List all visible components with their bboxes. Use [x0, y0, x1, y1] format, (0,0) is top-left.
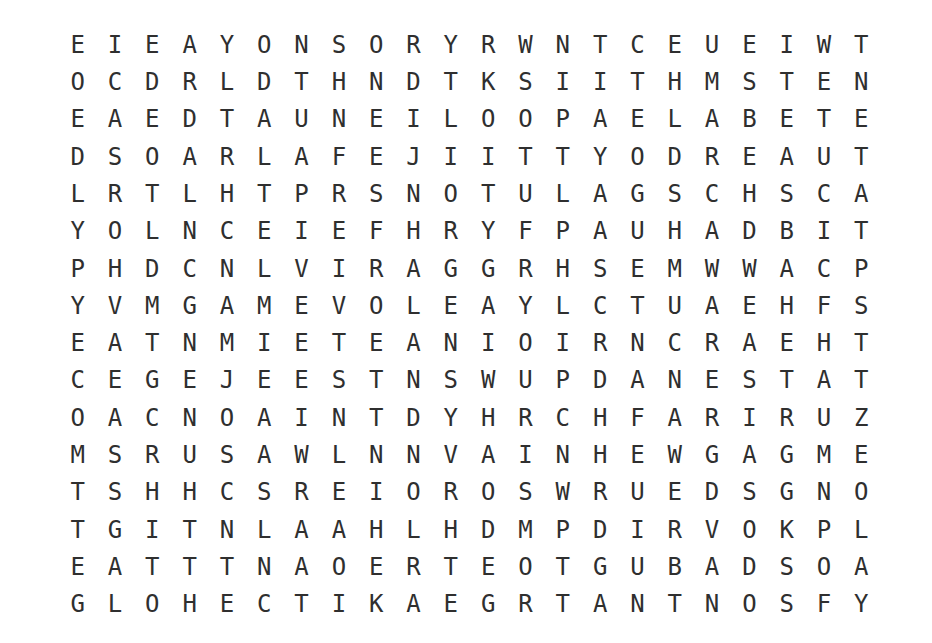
grid-cell[interactable]: F — [805, 586, 842, 623]
grid-cell[interactable]: A — [171, 26, 208, 63]
grid-cell[interactable]: J — [208, 362, 245, 399]
grid-cell[interactable]: A — [731, 325, 768, 362]
grid-cell[interactable]: R — [134, 436, 171, 473]
grid-cell[interactable]: L — [171, 175, 208, 212]
grid-cell[interactable]: R — [581, 325, 618, 362]
grid-cell[interactable]: N — [619, 325, 656, 362]
grid-cell[interactable]: O — [619, 138, 656, 175]
grid-cell[interactable]: M — [693, 63, 730, 100]
grid-cell[interactable]: R — [395, 26, 432, 63]
grid-cell[interactable]: L — [96, 586, 133, 623]
grid-cell[interactable]: T — [843, 362, 880, 399]
grid-cell[interactable]: O — [731, 586, 768, 623]
grid-cell[interactable]: R — [320, 175, 357, 212]
grid-cell[interactable]: R — [283, 474, 320, 511]
grid-cell[interactable]: L — [395, 287, 432, 324]
grid-cell[interactable]: D — [731, 548, 768, 585]
grid-cell[interactable]: N — [693, 586, 730, 623]
grid-cell[interactable]: R — [395, 548, 432, 585]
grid-cell[interactable]: T — [843, 213, 880, 250]
grid-cell[interactable]: I — [320, 586, 357, 623]
grid-cell[interactable]: G — [171, 287, 208, 324]
grid-cell[interactable]: E — [358, 548, 395, 585]
grid-cell[interactable]: C — [171, 250, 208, 287]
grid-cell[interactable]: G — [96, 511, 133, 548]
grid-cell[interactable]: W — [693, 250, 730, 287]
grid-cell[interactable]: O — [805, 548, 842, 585]
grid-cell[interactable]: T — [469, 175, 506, 212]
grid-cell[interactable]: T — [320, 325, 357, 362]
grid-cell[interactable]: I — [581, 63, 618, 100]
grid-cell[interactable]: N — [208, 250, 245, 287]
grid-cell[interactable]: L — [395, 511, 432, 548]
grid-cell[interactable]: A — [693, 213, 730, 250]
grid-cell[interactable]: N — [283, 26, 320, 63]
grid-cell[interactable]: O — [469, 474, 506, 511]
grid-cell[interactable]: O — [731, 511, 768, 548]
grid-cell[interactable]: N — [395, 436, 432, 473]
grid-cell[interactable]: T — [134, 548, 171, 585]
grid-cell[interactable]: A — [96, 399, 133, 436]
grid-cell[interactable]: D — [469, 511, 506, 548]
grid-cell[interactable]: O — [134, 138, 171, 175]
grid-cell[interactable]: L — [134, 213, 171, 250]
grid-cell[interactable]: P — [59, 250, 96, 287]
grid-cell[interactable]: H — [432, 511, 469, 548]
grid-cell[interactable]: E — [96, 362, 133, 399]
grid-cell[interactable]: O — [358, 287, 395, 324]
grid-cell[interactable]: O — [358, 26, 395, 63]
grid-cell[interactable]: U — [619, 213, 656, 250]
grid-cell[interactable]: V — [283, 250, 320, 287]
grid-cell[interactable]: T — [544, 548, 581, 585]
grid-cell[interactable]: E — [171, 362, 208, 399]
grid-cell[interactable]: V — [432, 436, 469, 473]
grid-cell[interactable]: Y — [469, 213, 506, 250]
grid-cell[interactable]: K — [469, 63, 506, 100]
grid-cell[interactable]: E — [283, 362, 320, 399]
grid-cell[interactable]: Y — [208, 26, 245, 63]
grid-cell[interactable]: G — [134, 362, 171, 399]
grid-cell[interactable]: C — [693, 175, 730, 212]
grid-cell[interactable]: S — [581, 250, 618, 287]
grid-cell[interactable]: E — [768, 101, 805, 138]
grid-cell[interactable]: Y — [581, 138, 618, 175]
grid-cell[interactable]: E — [805, 63, 842, 100]
grid-cell[interactable]: R — [96, 175, 133, 212]
grid-cell[interactable]: I — [731, 399, 768, 436]
grid-cell[interactable]: O — [507, 325, 544, 362]
grid-cell[interactable]: T — [843, 325, 880, 362]
grid-cell[interactable]: A — [843, 548, 880, 585]
grid-cell[interactable]: D — [656, 138, 693, 175]
grid-cell[interactable]: A — [246, 399, 283, 436]
grid-cell[interactable]: T — [768, 362, 805, 399]
grid-cell[interactable]: N — [320, 101, 357, 138]
grid-cell[interactable]: O — [59, 399, 96, 436]
grid-cell[interactable]: C — [656, 325, 693, 362]
grid-cell[interactable]: A — [581, 175, 618, 212]
grid-cell[interactable]: E — [320, 213, 357, 250]
grid-cell[interactable]: L — [843, 511, 880, 548]
grid-cell[interactable]: E — [134, 101, 171, 138]
grid-cell[interactable]: E — [246, 362, 283, 399]
grid-cell[interactable]: O — [843, 474, 880, 511]
grid-cell[interactable]: H — [805, 325, 842, 362]
grid-cell[interactable]: A — [469, 287, 506, 324]
grid-cell[interactable]: U — [619, 548, 656, 585]
grid-cell[interactable]: U — [805, 399, 842, 436]
grid-cell[interactable]: H — [581, 399, 618, 436]
grid-cell[interactable]: M — [134, 287, 171, 324]
grid-cell[interactable]: F — [320, 138, 357, 175]
grid-cell[interactable]: A — [96, 325, 133, 362]
grid-cell[interactable]: A — [283, 138, 320, 175]
grid-cell[interactable]: T — [843, 138, 880, 175]
grid-cell[interactable]: G — [59, 586, 96, 623]
grid-cell[interactable]: E — [619, 101, 656, 138]
grid-cell[interactable]: A — [208, 287, 245, 324]
grid-cell[interactable]: W — [656, 436, 693, 473]
grid-cell[interactable]: A — [581, 213, 618, 250]
grid-cell[interactable]: L — [656, 101, 693, 138]
grid-cell[interactable]: T — [544, 586, 581, 623]
grid-cell[interactable]: A — [171, 138, 208, 175]
grid-cell[interactable]: H — [731, 175, 768, 212]
grid-cell[interactable]: A — [693, 548, 730, 585]
grid-cell[interactable]: E — [432, 586, 469, 623]
grid-cell[interactable]: W — [731, 250, 768, 287]
grid-cell[interactable]: S — [320, 26, 357, 63]
grid-cell[interactable]: A — [768, 250, 805, 287]
grid-cell[interactable]: H — [544, 250, 581, 287]
grid-cell[interactable]: S — [96, 436, 133, 473]
grid-cell[interactable]: N — [432, 325, 469, 362]
grid-cell[interactable]: T — [581, 26, 618, 63]
grid-cell[interactable]: I — [469, 325, 506, 362]
grid-cell[interactable]: O — [320, 548, 357, 585]
grid-cell[interactable]: R — [208, 138, 245, 175]
grid-cell[interactable]: G — [581, 548, 618, 585]
grid-cell[interactable]: R — [469, 26, 506, 63]
grid-cell[interactable]: H — [171, 474, 208, 511]
grid-cell[interactable]: H — [134, 474, 171, 511]
grid-cell[interactable]: I — [283, 399, 320, 436]
grid-cell[interactable]: S — [507, 474, 544, 511]
grid-cell[interactable]: K — [768, 511, 805, 548]
grid-cell[interactable]: N — [171, 325, 208, 362]
grid-cell[interactable]: L — [246, 138, 283, 175]
grid-cell[interactable]: A — [469, 436, 506, 473]
grid-cell[interactable]: N — [171, 213, 208, 250]
grid-cell[interactable]: U — [656, 287, 693, 324]
grid-cell[interactable]: E — [731, 287, 768, 324]
grid-cell[interactable]: E — [59, 325, 96, 362]
grid-cell[interactable]: A — [843, 175, 880, 212]
grid-cell[interactable]: S — [320, 362, 357, 399]
grid-cell[interactable]: A — [581, 586, 618, 623]
grid-cell[interactable]: N — [656, 362, 693, 399]
grid-cell[interactable]: P — [805, 511, 842, 548]
grid-cell[interactable]: O — [96, 213, 133, 250]
grid-cell[interactable]: S — [96, 138, 133, 175]
grid-cell[interactable]: D — [134, 250, 171, 287]
grid-cell[interactable]: E — [731, 138, 768, 175]
grid-cell[interactable]: O — [507, 101, 544, 138]
grid-cell[interactable]: Y — [432, 26, 469, 63]
grid-cell[interactable]: E — [134, 26, 171, 63]
grid-cell[interactable]: O — [469, 101, 506, 138]
grid-cell[interactable]: S — [507, 63, 544, 100]
grid-cell[interactable]: T — [59, 474, 96, 511]
grid-cell[interactable]: N — [358, 436, 395, 473]
grid-cell[interactable]: W — [507, 26, 544, 63]
grid-cell[interactable]: E — [208, 586, 245, 623]
grid-cell[interactable]: V — [96, 287, 133, 324]
grid-cell[interactable]: Z — [843, 399, 880, 436]
grid-cell[interactable]: T — [619, 287, 656, 324]
grid-cell[interactable]: F — [805, 287, 842, 324]
grid-cell[interactable]: N — [171, 399, 208, 436]
grid-cell[interactable]: M — [208, 325, 245, 362]
grid-cell[interactable]: U — [619, 474, 656, 511]
grid-cell[interactable]: M — [656, 250, 693, 287]
grid-cell[interactable]: E — [59, 26, 96, 63]
grid-cell[interactable]: C — [59, 362, 96, 399]
grid-cell[interactable]: Y — [843, 586, 880, 623]
grid-cell[interactable]: N — [320, 399, 357, 436]
grid-cell[interactable]: L — [320, 436, 357, 473]
grid-cell[interactable]: D — [59, 138, 96, 175]
grid-cell[interactable]: I — [544, 325, 581, 362]
grid-cell[interactable]: T — [619, 63, 656, 100]
grid-cell[interactable]: R — [507, 250, 544, 287]
grid-cell[interactable]: R — [693, 399, 730, 436]
grid-cell[interactable]: A — [693, 101, 730, 138]
grid-cell[interactable]: Y — [432, 399, 469, 436]
grid-cell[interactable]: T — [283, 586, 320, 623]
grid-cell[interactable]: I — [395, 101, 432, 138]
grid-cell[interactable]: G — [768, 436, 805, 473]
grid-cell[interactable]: U — [283, 101, 320, 138]
grid-cell[interactable]: C — [619, 26, 656, 63]
grid-cell[interactable]: A — [246, 436, 283, 473]
grid-cell[interactable]: C — [96, 63, 133, 100]
grid-cell[interactable]: L — [59, 175, 96, 212]
grid-cell[interactable]: A — [805, 362, 842, 399]
grid-cell[interactable]: L — [544, 175, 581, 212]
grid-cell[interactable]: C — [581, 287, 618, 324]
grid-cell[interactable]: O — [507, 548, 544, 585]
grid-cell[interactable]: T — [134, 325, 171, 362]
grid-cell[interactable]: N — [619, 586, 656, 623]
grid-cell[interactable]: B — [731, 101, 768, 138]
grid-cell[interactable]: U — [507, 362, 544, 399]
grid-cell[interactable]: N — [246, 548, 283, 585]
grid-cell[interactable]: I — [283, 213, 320, 250]
grid-cell[interactable]: E — [768, 325, 805, 362]
grid-cell[interactable]: S — [731, 474, 768, 511]
grid-cell[interactable]: H — [96, 250, 133, 287]
grid-cell[interactable]: I — [134, 511, 171, 548]
grid-cell[interactable]: D — [171, 101, 208, 138]
grid-cell[interactable]: T — [656, 586, 693, 623]
grid-cell[interactable]: N — [395, 175, 432, 212]
grid-cell[interactable]: I — [96, 26, 133, 63]
grid-cell[interactable]: U — [693, 26, 730, 63]
grid-cell[interactable]: T — [208, 101, 245, 138]
grid-cell[interactable]: S — [843, 287, 880, 324]
grid-cell[interactable]: A — [619, 362, 656, 399]
grid-cell[interactable]: G — [768, 474, 805, 511]
grid-cell[interactable]: T — [171, 511, 208, 548]
grid-cell[interactable]: R — [693, 325, 730, 362]
grid-cell[interactable]: R — [656, 511, 693, 548]
grid-cell[interactable]: N — [208, 511, 245, 548]
grid-cell[interactable]: G — [469, 250, 506, 287]
grid-cell[interactable]: D — [134, 63, 171, 100]
grid-cell[interactable]: E — [358, 325, 395, 362]
grid-cell[interactable]: N — [805, 474, 842, 511]
grid-cell[interactable]: R — [581, 474, 618, 511]
grid-cell[interactable]: H — [656, 63, 693, 100]
grid-cell[interactable]: D — [395, 399, 432, 436]
grid-cell[interactable]: A — [96, 548, 133, 585]
grid-cell[interactable]: S — [246, 474, 283, 511]
grid-cell[interactable]: S — [432, 362, 469, 399]
grid-cell[interactable]: P — [544, 101, 581, 138]
grid-cell[interactable]: R — [171, 63, 208, 100]
grid-cell[interactable]: H — [208, 175, 245, 212]
grid-cell[interactable]: T — [246, 175, 283, 212]
grid-cell[interactable]: D — [581, 362, 618, 399]
grid-cell[interactable]: H — [768, 287, 805, 324]
grid-cell[interactable]: L — [246, 250, 283, 287]
grid-cell[interactable]: S — [358, 175, 395, 212]
grid-cell[interactable]: R — [507, 586, 544, 623]
grid-cell[interactable]: W — [469, 362, 506, 399]
grid-cell[interactable]: L — [544, 287, 581, 324]
grid-cell[interactable]: N — [358, 63, 395, 100]
grid-cell[interactable]: I — [544, 63, 581, 100]
grid-cell[interactable]: F — [358, 213, 395, 250]
grid-cell[interactable]: A — [395, 586, 432, 623]
grid-cell[interactable]: N — [843, 63, 880, 100]
grid-cell[interactable]: E — [358, 138, 395, 175]
grid-cell[interactable]: G — [619, 175, 656, 212]
grid-cell[interactable]: I — [469, 138, 506, 175]
grid-cell[interactable]: T — [507, 138, 544, 175]
grid-cell[interactable]: N — [395, 362, 432, 399]
grid-cell[interactable]: T — [283, 63, 320, 100]
grid-cell[interactable]: A — [395, 250, 432, 287]
grid-cell[interactable]: O — [134, 586, 171, 623]
grid-cell[interactable]: S — [768, 175, 805, 212]
grid-cell[interactable]: E — [246, 213, 283, 250]
grid-cell[interactable]: K — [358, 586, 395, 623]
grid-cell[interactable]: E — [843, 101, 880, 138]
grid-cell[interactable]: C — [208, 474, 245, 511]
grid-cell[interactable]: L — [246, 511, 283, 548]
grid-cell[interactable]: V — [320, 287, 357, 324]
grid-cell[interactable]: T — [208, 548, 245, 585]
grid-cell[interactable]: Y — [59, 287, 96, 324]
grid-cell[interactable]: E — [731, 26, 768, 63]
grid-cell[interactable]: S — [731, 362, 768, 399]
grid-cell[interactable]: M — [507, 511, 544, 548]
grid-cell[interactable]: S — [768, 548, 805, 585]
grid-cell[interactable]: S — [656, 175, 693, 212]
grid-cell[interactable]: D — [731, 213, 768, 250]
grid-cell[interactable]: Y — [507, 287, 544, 324]
grid-cell[interactable]: E — [358, 101, 395, 138]
grid-cell[interactable]: I — [805, 213, 842, 250]
grid-cell[interactable]: S — [731, 63, 768, 100]
grid-cell[interactable]: P — [843, 250, 880, 287]
grid-cell[interactable]: R — [432, 213, 469, 250]
grid-cell[interactable]: D — [246, 63, 283, 100]
grid-cell[interactable]: A — [768, 138, 805, 175]
grid-cell[interactable]: E — [283, 325, 320, 362]
grid-cell[interactable]: R — [693, 138, 730, 175]
grid-cell[interactable]: R — [768, 399, 805, 436]
grid-cell[interactable]: B — [656, 548, 693, 585]
grid-cell[interactable]: B — [768, 213, 805, 250]
grid-cell[interactable]: T — [358, 399, 395, 436]
grid-cell[interactable]: W — [283, 436, 320, 473]
grid-cell[interactable]: A — [656, 399, 693, 436]
grid-cell[interactable]: I — [320, 250, 357, 287]
grid-cell[interactable]: E — [693, 362, 730, 399]
grid-cell[interactable]: G — [432, 250, 469, 287]
grid-cell[interactable]: G — [693, 436, 730, 473]
grid-cell[interactable]: W — [544, 474, 581, 511]
grid-cell[interactable]: T — [432, 548, 469, 585]
grid-cell[interactable]: E — [619, 436, 656, 473]
grid-cell[interactable]: I — [768, 26, 805, 63]
grid-cell[interactable]: E — [432, 287, 469, 324]
grid-cell[interactable]: A — [731, 436, 768, 473]
grid-cell[interactable]: C — [208, 213, 245, 250]
grid-cell[interactable]: G — [469, 586, 506, 623]
grid-cell[interactable]: U — [171, 436, 208, 473]
grid-cell[interactable]: T — [805, 101, 842, 138]
grid-cell[interactable]: E — [619, 250, 656, 287]
grid-cell[interactable]: T — [358, 362, 395, 399]
grid-cell[interactable]: A — [320, 511, 357, 548]
grid-cell[interactable]: S — [96, 474, 133, 511]
grid-cell[interactable]: A — [395, 325, 432, 362]
grid-cell[interactable]: W — [805, 26, 842, 63]
grid-cell[interactable]: A — [581, 101, 618, 138]
grid-cell[interactable]: V — [693, 511, 730, 548]
grid-cell[interactable]: H — [171, 586, 208, 623]
grid-cell[interactable]: U — [805, 138, 842, 175]
grid-cell[interactable]: E — [320, 474, 357, 511]
grid-cell[interactable]: D — [693, 474, 730, 511]
grid-cell[interactable]: R — [432, 474, 469, 511]
grid-cell[interactable]: H — [656, 213, 693, 250]
grid-cell[interactable]: L — [208, 63, 245, 100]
grid-cell[interactable]: S — [208, 436, 245, 473]
grid-cell[interactable]: R — [358, 250, 395, 287]
grid-cell[interactable]: E — [656, 26, 693, 63]
grid-cell[interactable]: A — [96, 101, 133, 138]
grid-cell[interactable]: T — [59, 511, 96, 548]
grid-cell[interactable]: P — [544, 213, 581, 250]
grid-cell[interactable]: I — [619, 511, 656, 548]
grid-cell[interactable]: I — [358, 474, 395, 511]
